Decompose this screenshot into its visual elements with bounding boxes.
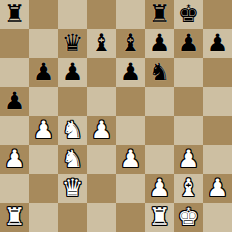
square-e5[interactable] bbox=[116, 87, 145, 116]
white-pawn-piece[interactable]: ♟ bbox=[178, 145, 200, 174]
square-d3[interactable] bbox=[87, 145, 116, 174]
square-f1[interactable]: ♜ bbox=[145, 203, 174, 232]
square-f4[interactable] bbox=[145, 116, 174, 145]
square-f3[interactable] bbox=[145, 145, 174, 174]
square-h6[interactable] bbox=[203, 58, 232, 87]
square-b4[interactable]: ♟ bbox=[29, 116, 58, 145]
black-bishop-piece[interactable]: ♝ bbox=[120, 29, 142, 58]
white-pawn-piece[interactable]: ♟ bbox=[91, 116, 113, 145]
square-d8[interactable] bbox=[87, 0, 116, 29]
square-e2[interactable] bbox=[116, 174, 145, 203]
black-pawn-piece[interactable]: ♟ bbox=[178, 29, 200, 58]
white-knight-piece[interactable]: ♞ bbox=[62, 116, 84, 145]
white-pawn-piece[interactable]: ♟ bbox=[33, 116, 55, 145]
white-knight-piece[interactable]: ♞ bbox=[62, 145, 84, 174]
chess-board: ♜♜♚♛♝♝♟♟♟♟♟♟♞♟♟♞♟♟♞♟♟♛♟♝♟♜♜♚ bbox=[0, 0, 232, 232]
square-h5[interactable] bbox=[203, 87, 232, 116]
square-b5[interactable] bbox=[29, 87, 58, 116]
square-b8[interactable] bbox=[29, 0, 58, 29]
square-f7[interactable]: ♟ bbox=[145, 29, 174, 58]
square-c3[interactable]: ♞ bbox=[58, 145, 87, 174]
square-b6[interactable]: ♟ bbox=[29, 58, 58, 87]
square-f5[interactable] bbox=[145, 87, 174, 116]
white-rook-piece[interactable]: ♜ bbox=[4, 203, 26, 232]
black-king-piece[interactable]: ♚ bbox=[178, 0, 200, 29]
square-d4[interactable]: ♟ bbox=[87, 116, 116, 145]
black-rook-piece[interactable]: ♜ bbox=[4, 0, 26, 29]
square-e6[interactable]: ♟ bbox=[116, 58, 145, 87]
white-rook-piece[interactable]: ♜ bbox=[149, 203, 171, 232]
white-pawn-piece[interactable]: ♟ bbox=[4, 145, 26, 174]
square-c8[interactable] bbox=[58, 0, 87, 29]
square-a6[interactable] bbox=[0, 58, 29, 87]
white-bishop-piece[interactable]: ♝ bbox=[178, 174, 200, 203]
square-d7[interactable]: ♝ bbox=[87, 29, 116, 58]
square-h4[interactable] bbox=[203, 116, 232, 145]
black-pawn-piece[interactable]: ♟ bbox=[4, 87, 26, 116]
square-a5[interactable]: ♟ bbox=[0, 87, 29, 116]
square-g4[interactable] bbox=[174, 116, 203, 145]
square-g8[interactable]: ♚ bbox=[174, 0, 203, 29]
square-g6[interactable] bbox=[174, 58, 203, 87]
square-e4[interactable] bbox=[116, 116, 145, 145]
square-d1[interactable] bbox=[87, 203, 116, 232]
square-f2[interactable]: ♟ bbox=[145, 174, 174, 203]
black-pawn-piece[interactable]: ♟ bbox=[62, 58, 84, 87]
square-c7[interactable]: ♛ bbox=[58, 29, 87, 58]
square-a3[interactable]: ♟ bbox=[0, 145, 29, 174]
square-c1[interactable] bbox=[58, 203, 87, 232]
square-g2[interactable]: ♝ bbox=[174, 174, 203, 203]
square-d6[interactable] bbox=[87, 58, 116, 87]
square-h3[interactable] bbox=[203, 145, 232, 174]
square-c2[interactable]: ♛ bbox=[58, 174, 87, 203]
square-g5[interactable] bbox=[174, 87, 203, 116]
black-rook-piece[interactable]: ♜ bbox=[149, 0, 171, 29]
white-pawn-piece[interactable]: ♟ bbox=[207, 174, 229, 203]
square-a8[interactable]: ♜ bbox=[0, 0, 29, 29]
white-pawn-piece[interactable]: ♟ bbox=[149, 174, 171, 203]
square-a4[interactable] bbox=[0, 116, 29, 145]
black-pawn-piece[interactable]: ♟ bbox=[149, 29, 171, 58]
square-d5[interactable] bbox=[87, 87, 116, 116]
square-b1[interactable] bbox=[29, 203, 58, 232]
square-h1[interactable] bbox=[203, 203, 232, 232]
square-c4[interactable]: ♞ bbox=[58, 116, 87, 145]
square-e1[interactable] bbox=[116, 203, 145, 232]
square-c6[interactable]: ♟ bbox=[58, 58, 87, 87]
square-b7[interactable] bbox=[29, 29, 58, 58]
square-f6[interactable]: ♞ bbox=[145, 58, 174, 87]
square-g1[interactable]: ♚ bbox=[174, 203, 203, 232]
black-queen-piece[interactable]: ♛ bbox=[62, 29, 84, 58]
square-h8[interactable] bbox=[203, 0, 232, 29]
square-a1[interactable]: ♜ bbox=[0, 203, 29, 232]
black-pawn-piece[interactable]: ♟ bbox=[207, 29, 229, 58]
square-h7[interactable]: ♟ bbox=[203, 29, 232, 58]
black-pawn-piece[interactable]: ♟ bbox=[120, 58, 142, 87]
white-queen-piece[interactable]: ♛ bbox=[62, 174, 84, 203]
square-e8[interactable] bbox=[116, 0, 145, 29]
white-king-piece[interactable]: ♚ bbox=[178, 203, 200, 232]
square-f8[interactable]: ♜ bbox=[145, 0, 174, 29]
square-g3[interactable]: ♟ bbox=[174, 145, 203, 174]
white-pawn-piece[interactable]: ♟ bbox=[120, 145, 142, 174]
square-e7[interactable]: ♝ bbox=[116, 29, 145, 58]
square-d2[interactable] bbox=[87, 174, 116, 203]
black-bishop-piece[interactable]: ♝ bbox=[91, 29, 113, 58]
square-a2[interactable] bbox=[0, 174, 29, 203]
square-b3[interactable] bbox=[29, 145, 58, 174]
square-a7[interactable] bbox=[0, 29, 29, 58]
square-b2[interactable] bbox=[29, 174, 58, 203]
black-knight-piece[interactable]: ♞ bbox=[149, 58, 171, 87]
black-pawn-piece[interactable]: ♟ bbox=[33, 58, 55, 87]
square-c5[interactable] bbox=[58, 87, 87, 116]
square-h2[interactable]: ♟ bbox=[203, 174, 232, 203]
square-g7[interactable]: ♟ bbox=[174, 29, 203, 58]
square-e3[interactable]: ♟ bbox=[116, 145, 145, 174]
